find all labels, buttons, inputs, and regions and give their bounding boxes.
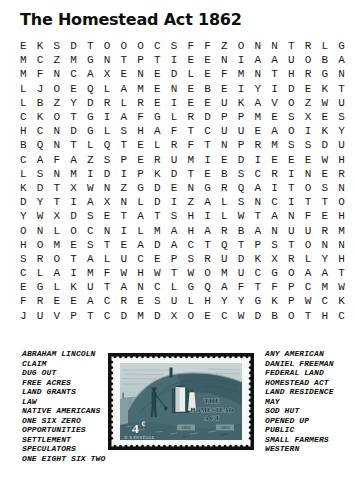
grid-cell: T: [283, 238, 300, 252]
grid-cell: U: [82, 280, 99, 294]
grid-cell: U: [216, 96, 233, 110]
grid-cell: I: [233, 82, 250, 96]
grid-cell: M: [65, 167, 82, 181]
word-list-item: DANIEL FREEMAN: [265, 359, 334, 369]
grid-cell: N: [250, 195, 267, 209]
grid-cell: T: [183, 167, 200, 181]
grid-cell: S: [317, 181, 334, 195]
grid-cell: S: [333, 110, 350, 124]
grid-cell: L: [99, 124, 116, 138]
grid-cell: N: [266, 223, 283, 237]
word-list-item: FEDERAL LAND: [265, 368, 334, 378]
grid-cell: E: [65, 82, 82, 96]
grid-cell: L: [32, 266, 49, 280]
grid-cell: E: [15, 280, 32, 294]
grid-cell: D: [116, 309, 133, 323]
grid-cell: M: [266, 138, 283, 152]
grid-cell: A: [82, 195, 99, 209]
grid-cell: S: [149, 294, 166, 308]
grid-cell: Y: [65, 96, 82, 110]
grid-cell: I: [82, 167, 99, 181]
grid-cell: O: [49, 110, 66, 124]
grid-cell: K: [317, 124, 334, 138]
grid-cell: W: [149, 266, 166, 280]
grid-cell: A: [266, 53, 283, 67]
grid-cell: U: [216, 252, 233, 266]
grid-cell: F: [183, 138, 200, 152]
word-list-item: SMALL FARMERS: [265, 435, 334, 445]
word-list-item: CLAIM: [22, 359, 105, 369]
grid-cell: Z: [216, 39, 233, 53]
grid-cell: W: [183, 266, 200, 280]
grid-cell: B: [15, 138, 32, 152]
grid-cell: N: [49, 138, 66, 152]
grid-cell: M: [149, 223, 166, 237]
grid-cell: O: [183, 309, 200, 323]
grid-cell: X: [99, 195, 116, 209]
grid-cell: C: [183, 238, 200, 252]
word-list-item: LAND GRANTS: [22, 387, 105, 397]
grid-cell: P: [65, 309, 82, 323]
word-list-item: MAY: [265, 397, 334, 407]
grid-cell: H: [317, 309, 334, 323]
grid-cell: M: [317, 280, 334, 294]
grid-cell: C: [199, 124, 216, 138]
grid-cell: I: [65, 195, 82, 209]
grid-cell: N: [99, 53, 116, 67]
grid-cell: E: [183, 53, 200, 67]
grid-cell: N: [333, 181, 350, 195]
grid-cell: A: [132, 209, 149, 223]
grid-cell: I: [99, 110, 116, 124]
grid-cell: G: [183, 280, 200, 294]
grid-cell: C: [149, 280, 166, 294]
grid-cell: P: [283, 280, 300, 294]
grid-cell: K: [250, 252, 267, 266]
grid-cell: F: [266, 280, 283, 294]
grid-cell: T: [333, 266, 350, 280]
grid-cell: F: [300, 209, 317, 223]
grid-cell: N: [183, 181, 200, 195]
grid-cell: F: [99, 266, 116, 280]
grid-cell: A: [317, 266, 334, 280]
grid-cell: O: [233, 39, 250, 53]
grid-cell: N: [216, 53, 233, 67]
grid-cell: U: [216, 124, 233, 138]
grid-cell: U: [166, 294, 183, 308]
grid-cell: C: [333, 309, 350, 323]
grid-cell: P: [166, 252, 183, 266]
grid-cell: M: [15, 53, 32, 67]
grid-cell: O: [283, 266, 300, 280]
grid-cell: R: [333, 167, 350, 181]
grid-cell: W: [116, 266, 133, 280]
grid-cell: L: [149, 138, 166, 152]
grid-cell: Z: [116, 181, 133, 195]
grid-cell: U: [333, 96, 350, 110]
grid-cell: P: [132, 53, 149, 67]
grid-cell: E: [199, 67, 216, 81]
grid-cell: T: [65, 110, 82, 124]
grid-cell: W: [317, 96, 334, 110]
grid-cell: T: [149, 53, 166, 67]
grid-cell: Y: [333, 124, 350, 138]
grid-cell: I: [300, 124, 317, 138]
grid-cell: C: [99, 294, 116, 308]
grid-cell: L: [132, 223, 149, 237]
grid-cell: E: [300, 153, 317, 167]
grid-cell: S: [233, 195, 250, 209]
grid-cell: M: [233, 67, 250, 81]
grid-cell: I: [199, 209, 216, 223]
grid-cell: T: [283, 39, 300, 53]
grid-cell: M: [132, 309, 149, 323]
grid-cell: I: [266, 181, 283, 195]
grid-cell: A: [199, 195, 216, 209]
grid-cell: N: [116, 195, 133, 209]
grid-cell: O: [15, 223, 32, 237]
stamp-picture: 4 ¢ U S POSTAGE THE HOMESTEAD ACT 1862 1…: [120, 363, 242, 440]
grid-cell: R: [32, 294, 49, 308]
grid-cell: K: [266, 294, 283, 308]
grid-cell: V: [266, 96, 283, 110]
grid-cell: T: [82, 39, 99, 53]
word-list-left: ABRAHAM LINCOLNCLAIMDUG OUTFREE ACRESLAN…: [22, 349, 105, 464]
word-list-item: PUBLIC: [265, 425, 334, 435]
grid-cell: L: [49, 223, 66, 237]
grid-cell: M: [216, 266, 233, 280]
grid-cell: N: [333, 67, 350, 81]
grid-cell: R: [183, 110, 200, 124]
grid-cell: D: [317, 138, 334, 152]
grid-cell: S: [283, 110, 300, 124]
word-list-item: SOD HUT: [265, 406, 334, 416]
grid-cell: X: [266, 252, 283, 266]
grid-cell: R: [32, 252, 49, 266]
grid-cell: O: [300, 181, 317, 195]
grid-cell: F: [216, 67, 233, 81]
grid-cell: B: [199, 82, 216, 96]
grid-cell: U: [333, 138, 350, 152]
grid-cell: R: [300, 67, 317, 81]
grid-cell: C: [149, 39, 166, 53]
grid-cell: N: [333, 238, 350, 252]
grid-cell: D: [65, 209, 82, 223]
grid-cell: Y: [317, 252, 334, 266]
grid-cell: Q: [82, 82, 99, 96]
grid-cell: Y: [216, 294, 233, 308]
grid-cell: E: [199, 53, 216, 67]
grid-cell: N: [32, 223, 49, 237]
grid-cell: T: [166, 266, 183, 280]
grid-cell: L: [317, 39, 334, 53]
grid-cell: A: [250, 181, 267, 195]
grid-cell: C: [317, 294, 334, 308]
grid-cell: T: [199, 138, 216, 152]
grid-cell: A: [300, 266, 317, 280]
grid-cell: C: [65, 67, 82, 81]
grid-cell: D: [233, 153, 250, 167]
grid-cell: H: [132, 124, 149, 138]
stamp-title-the: THE: [204, 397, 220, 404]
grid-cell: S: [15, 252, 32, 266]
grid-cell: E: [283, 153, 300, 167]
grid-cell: C: [132, 252, 149, 266]
grid-cell: L: [183, 294, 200, 308]
grid-cell: N: [283, 209, 300, 223]
grid-cell: R: [266, 167, 283, 181]
grid-cell: T: [300, 195, 317, 209]
grid-cell: O: [199, 266, 216, 280]
grid-cell: P: [216, 110, 233, 124]
grid-cell: O: [283, 309, 300, 323]
grid-cell: N: [250, 39, 267, 53]
grid-cell: L: [216, 195, 233, 209]
grid-cell: N: [49, 124, 66, 138]
grid-cell: T: [65, 252, 82, 266]
grid-cell: D: [149, 195, 166, 209]
grid-cell: L: [15, 82, 32, 96]
grid-cell: E: [149, 67, 166, 81]
grid-cell: E: [49, 294, 66, 308]
grid-cell: R: [166, 138, 183, 152]
grid-cell: G: [199, 181, 216, 195]
grid-cell: H: [283, 67, 300, 81]
grid-cell: R: [216, 181, 233, 195]
word-list-item: ONE EIGHT SIX TWO: [22, 454, 105, 464]
grid-cell: O: [99, 39, 116, 53]
grid-cell: S: [166, 39, 183, 53]
grid-cell: L: [216, 209, 233, 223]
grid-cell: X: [300, 110, 317, 124]
grid-cell: A: [116, 110, 133, 124]
grid-cell: O: [132, 39, 149, 53]
grid-cell: F: [32, 67, 49, 81]
grid-cell: W: [317, 153, 334, 167]
grid-cell: A: [266, 209, 283, 223]
grid-cell: P: [233, 110, 250, 124]
grid-cell: E: [317, 110, 334, 124]
grid-cell: S: [116, 124, 133, 138]
grid-cell: K: [333, 294, 350, 308]
grid-cell: Q: [32, 138, 49, 152]
grid-cell: N: [266, 39, 283, 53]
grid-cell: S: [32, 167, 49, 181]
grid-cell: O: [49, 82, 66, 96]
grid-cell: F: [166, 124, 183, 138]
grid-cell: E: [132, 294, 149, 308]
grid-cell: X: [166, 309, 183, 323]
grid-cell: U: [300, 223, 317, 237]
word-list-item: DUG OUT: [22, 368, 105, 378]
grid-cell: G: [32, 280, 49, 294]
page-title: The Homestead Act 1862: [20, 10, 242, 29]
grid-cell: F: [49, 153, 66, 167]
grid-cell: S: [82, 238, 99, 252]
grid-cell: I: [233, 53, 250, 67]
grid-cell: C: [15, 266, 32, 280]
grid-cell: A: [166, 223, 183, 237]
grid-cell: Y: [32, 195, 49, 209]
grid-cell: S: [49, 39, 66, 53]
grid-cell: T: [317, 195, 334, 209]
grid-cell: Q: [99, 138, 116, 152]
grid-cell: E: [183, 82, 200, 96]
grid-cell: K: [32, 110, 49, 124]
stamp-postage-label: U S POSTAGE: [125, 435, 155, 440]
grid-cell: L: [99, 82, 116, 96]
grid-cell: H: [333, 153, 350, 167]
grid-cell: T: [300, 309, 317, 323]
grid-cell: A: [199, 223, 216, 237]
grid-cell: B: [317, 53, 334, 67]
grid-cell: N: [132, 67, 149, 81]
grid-cell: N: [49, 167, 66, 181]
grid-cell: H: [183, 223, 200, 237]
grid-cell: I: [65, 266, 82, 280]
grid-cell: L: [300, 252, 317, 266]
grid-cell: W: [32, 209, 49, 223]
grid-cell: W: [300, 294, 317, 308]
grid-cell: A: [149, 124, 166, 138]
grid-cell: A: [116, 280, 133, 294]
grid-cell: L: [166, 280, 183, 294]
grid-cell: S: [166, 209, 183, 223]
grid-cell: A: [82, 67, 99, 81]
word-list-right: ANY AMERICANDANIEL FREEMANFEDERAL LANDHO…: [265, 349, 334, 454]
grid-cell: E: [216, 82, 233, 96]
grid-cell: L: [183, 67, 200, 81]
word-list-item: HOMESTEAD ACT: [265, 378, 334, 388]
grid-cell: Y: [233, 294, 250, 308]
grid-cell: L: [82, 138, 99, 152]
grid-cell: G: [266, 266, 283, 280]
grid-cell: N: [300, 167, 317, 181]
grid-cell: B: [216, 167, 233, 181]
grid-cell: T: [266, 67, 283, 81]
grid-cell: R: [317, 223, 334, 237]
grid-cell: G: [149, 110, 166, 124]
grid-cell: D: [166, 167, 183, 181]
word-list-item: WESTERN: [265, 444, 334, 454]
stamp-year-right: 1862: [220, 425, 230, 430]
grid-cell: I: [199, 153, 216, 167]
grid-cell: T: [233, 238, 250, 252]
grid-cell: Z: [82, 153, 99, 167]
grid-cell: Z: [300, 96, 317, 110]
grid-cell: O: [283, 124, 300, 138]
grid-cell: A: [250, 96, 267, 110]
grid-cell: F: [132, 110, 149, 124]
grid-cell: I: [116, 167, 133, 181]
grid-cell: L: [15, 96, 32, 110]
grid-cell: Y: [250, 82, 267, 96]
grid-cell: T: [250, 280, 267, 294]
word-list-item: OPPORTUNITIES: [22, 425, 105, 435]
grid-cell: P: [116, 153, 133, 167]
grid-cell: U: [166, 153, 183, 167]
grid-cell: D: [65, 124, 82, 138]
grid-cell: M: [132, 82, 149, 96]
grid-cell: P: [250, 238, 267, 252]
grid-cell: T: [183, 124, 200, 138]
grid-cell: D: [32, 181, 49, 195]
grid-cell: K: [32, 39, 49, 53]
grid-cell: N: [99, 223, 116, 237]
grid-cell: W: [233, 209, 250, 223]
grid-cell: M: [15, 67, 32, 81]
grid-cell: E: [250, 124, 267, 138]
grid-cell: E: [199, 309, 216, 323]
grid-cell: C: [32, 53, 49, 67]
grid-cell: K: [149, 167, 166, 181]
grid-cell: H: [15, 238, 32, 252]
grid-cell: D: [15, 195, 32, 209]
grid-cell: C: [266, 195, 283, 209]
grid-cell: E: [300, 82, 317, 96]
grid-cell: I: [266, 82, 283, 96]
grid-cell: R: [116, 294, 133, 308]
grid-cell: E: [99, 209, 116, 223]
grid-cell: R: [199, 252, 216, 266]
grid-cell: D: [233, 252, 250, 266]
word-list-item: OPENED UP: [265, 416, 334, 426]
grid-cell: E: [65, 294, 82, 308]
grid-cell: G: [132, 181, 149, 195]
grid-cell: Z: [49, 53, 66, 67]
word-search-grid: EKSDTOOOCSFFZONNTRLGMCZMGNTPTIEENIAAUOBA…: [15, 39, 350, 323]
grid-cell: U: [116, 252, 133, 266]
grid-cell: N: [216, 138, 233, 152]
grid-cell: E: [266, 153, 283, 167]
grid-cell: R: [250, 138, 267, 152]
grid-cell: S: [266, 238, 283, 252]
grid-cell: I: [166, 195, 183, 209]
stamp-illustration: 4 ¢ U S POSTAGE THE HOMESTEAD ACT 1862 1…: [108, 353, 254, 450]
grid-cell: A: [65, 153, 82, 167]
grid-cell: R: [283, 252, 300, 266]
grid-cell: M: [183, 153, 200, 167]
grid-cell: E: [149, 96, 166, 110]
stamp-title-homestead: HOMESTEAD: [191, 406, 234, 413]
grid-cell: E: [149, 252, 166, 266]
grid-cell: T: [333, 82, 350, 96]
grid-cell: C: [216, 309, 233, 323]
grid-cell: S: [99, 153, 116, 167]
grid-cell: D: [149, 309, 166, 323]
stamp-year-left: 1862: [181, 425, 191, 430]
word-list-item: SETTLEMENT: [22, 435, 105, 445]
grid-cell: H: [333, 252, 350, 266]
grid-cell: Q: [216, 238, 233, 252]
grid-cell: G: [82, 110, 99, 124]
grid-cell: F: [233, 280, 250, 294]
grid-cell: W: [82, 181, 99, 195]
grid-cell: O: [32, 238, 49, 252]
grid-cell: M: [250, 110, 267, 124]
grid-cell: U: [283, 223, 300, 237]
grid-cell: O: [300, 238, 317, 252]
grid-cell: G: [317, 67, 334, 81]
stamp-cent-symbol: ¢: [142, 420, 146, 429]
grid-cell: J: [32, 82, 49, 96]
grid-cell: R: [99, 96, 116, 110]
grid-cell: D: [166, 67, 183, 81]
grid-cell: T: [99, 238, 116, 252]
grid-cell: E: [216, 153, 233, 167]
grid-cell: O: [283, 96, 300, 110]
grid-cell: O: [65, 223, 82, 237]
